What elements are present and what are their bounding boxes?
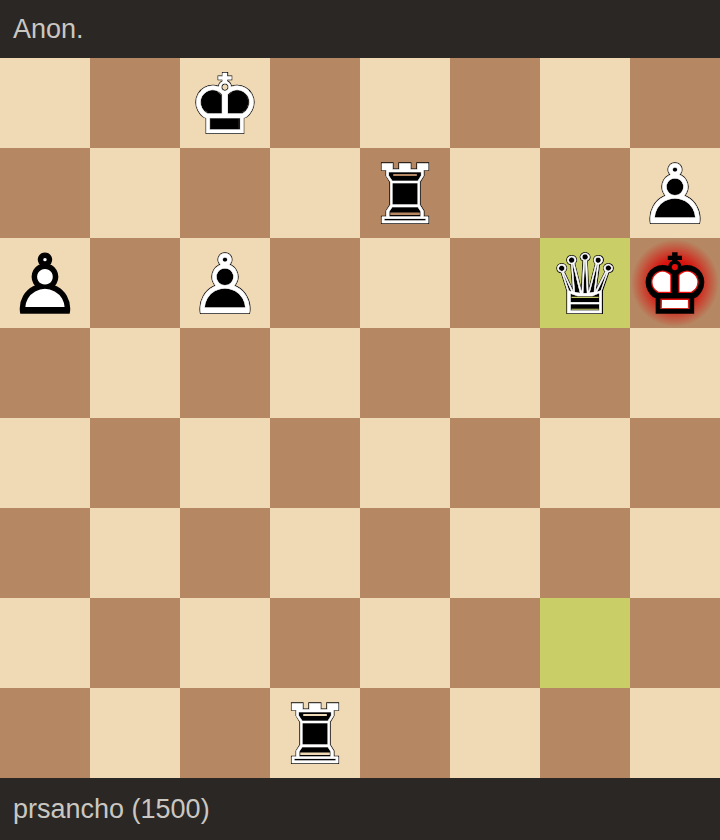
- square-d5[interactable]: [270, 328, 360, 418]
- square-g5[interactable]: [540, 328, 630, 418]
- top-player-bar: Anon.: [0, 0, 720, 58]
- piece-fill-layer: ♜: [360, 150, 450, 240]
- top-player-name[interactable]: Anon.: [13, 14, 84, 45]
- piece-outline-layer: ♙: [630, 150, 720, 240]
- square-h5[interactable]: [630, 328, 720, 418]
- square-a4[interactable]: [0, 418, 90, 508]
- square-f8[interactable]: [450, 58, 540, 148]
- piece-fill-layer: ♟: [630, 150, 720, 240]
- square-d3[interactable]: [270, 508, 360, 598]
- square-h1[interactable]: [630, 688, 720, 778]
- piece-outline-layer: ♖: [360, 150, 450, 240]
- square-e3[interactable]: [360, 508, 450, 598]
- square-c4[interactable]: [180, 418, 270, 508]
- square-b4[interactable]: [90, 418, 180, 508]
- square-g3[interactable]: [540, 508, 630, 598]
- square-g7[interactable]: [540, 148, 630, 238]
- square-c8[interactable]: ♚♔: [180, 58, 270, 148]
- square-e1[interactable]: [360, 688, 450, 778]
- square-b1[interactable]: [90, 688, 180, 778]
- square-c5[interactable]: [180, 328, 270, 418]
- piece-outline-layer: ♔: [180, 60, 270, 150]
- white-king[interactable]: ♚♔: [630, 238, 720, 328]
- square-d6[interactable]: [270, 238, 360, 328]
- piece-outline-layer: ♕: [540, 240, 630, 330]
- square-c6[interactable]: ♟♙: [180, 238, 270, 328]
- piece-fill-layer: ♜: [270, 690, 360, 780]
- square-d2[interactable]: [270, 598, 360, 688]
- piece-outline-layer: ♙: [0, 240, 90, 330]
- piece-fill-layer: ♟: [180, 240, 270, 330]
- square-g8[interactable]: [540, 58, 630, 148]
- black-king[interactable]: ♚♔: [180, 58, 270, 148]
- square-b5[interactable]: [90, 328, 180, 418]
- square-a8[interactable]: [0, 58, 90, 148]
- square-e4[interactable]: [360, 418, 450, 508]
- black-rook[interactable]: ♜♖: [360, 148, 450, 238]
- square-a5[interactable]: [0, 328, 90, 418]
- square-f4[interactable]: [450, 418, 540, 508]
- square-g2[interactable]: [540, 598, 630, 688]
- square-e6[interactable]: [360, 238, 450, 328]
- white-pawn[interactable]: ♟♙: [0, 238, 90, 328]
- square-h2[interactable]: [630, 598, 720, 688]
- bottom-player-name[interactable]: prsancho (1500): [13, 794, 210, 825]
- square-f2[interactable]: [450, 598, 540, 688]
- square-e5[interactable]: [360, 328, 450, 418]
- square-f5[interactable]: [450, 328, 540, 418]
- square-h3[interactable]: [630, 508, 720, 598]
- square-e2[interactable]: [360, 598, 450, 688]
- chess-game-screen: Anon. ♚♔♜♖♟♙♟♙♟♙♛♕♚♔♜♖ prsancho (1500): [0, 0, 720, 840]
- piece-outline-layer: ♖: [270, 690, 360, 780]
- piece-fill-layer: ♚: [180, 60, 270, 150]
- square-a2[interactable]: [0, 598, 90, 688]
- square-c7[interactable]: [180, 148, 270, 238]
- square-b2[interactable]: [90, 598, 180, 688]
- square-f1[interactable]: [450, 688, 540, 778]
- piece-fill-layer: ♛: [540, 240, 630, 330]
- square-a3[interactable]: [0, 508, 90, 598]
- square-c2[interactable]: [180, 598, 270, 688]
- square-g1[interactable]: [540, 688, 630, 778]
- square-b6[interactable]: [90, 238, 180, 328]
- piece-outline-layer: ♔: [630, 240, 720, 330]
- square-d1[interactable]: ♜♖: [270, 688, 360, 778]
- square-f6[interactable]: [450, 238, 540, 328]
- piece-fill-layer: ♟: [0, 240, 90, 330]
- square-c1[interactable]: [180, 688, 270, 778]
- square-g6[interactable]: ♛♕: [540, 238, 630, 328]
- square-b3[interactable]: [90, 508, 180, 598]
- square-a7[interactable]: [0, 148, 90, 238]
- square-b7[interactable]: [90, 148, 180, 238]
- bottom-player-bar: prsancho (1500): [0, 778, 720, 840]
- square-h8[interactable]: [630, 58, 720, 148]
- black-pawn[interactable]: ♟♙: [630, 148, 720, 238]
- square-a6[interactable]: ♟♙: [0, 238, 90, 328]
- black-pawn[interactable]: ♟♙: [180, 238, 270, 328]
- square-e7[interactable]: ♜♖: [360, 148, 450, 238]
- square-d7[interactable]: [270, 148, 360, 238]
- square-h4[interactable]: [630, 418, 720, 508]
- square-d8[interactable]: [270, 58, 360, 148]
- square-g4[interactable]: [540, 418, 630, 508]
- black-queen[interactable]: ♛♕: [540, 238, 630, 328]
- square-f7[interactable]: [450, 148, 540, 238]
- black-rook[interactable]: ♜♖: [270, 688, 360, 778]
- square-h7[interactable]: ♟♙: [630, 148, 720, 238]
- chess-board: ♚♔♜♖♟♙♟♙♟♙♛♕♚♔♜♖: [0, 58, 720, 778]
- square-h6[interactable]: ♚♔: [630, 238, 720, 328]
- square-f3[interactable]: [450, 508, 540, 598]
- square-a1[interactable]: [0, 688, 90, 778]
- piece-fill-layer: ♚: [630, 240, 720, 330]
- piece-outline-layer: ♙: [180, 240, 270, 330]
- square-b8[interactable]: [90, 58, 180, 148]
- square-d4[interactable]: [270, 418, 360, 508]
- square-c3[interactable]: [180, 508, 270, 598]
- square-e8[interactable]: [360, 58, 450, 148]
